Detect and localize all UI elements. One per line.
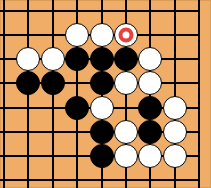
white-stone[interactable] [138,47,162,71]
black-stone[interactable] [90,47,114,71]
black-stone[interactable] [138,96,162,120]
white-stone[interactable] [138,144,162,168]
white-stone-circled[interactable] [114,23,138,47]
grid-line-vertical [3,0,5,188]
white-stone[interactable] [114,144,138,168]
go-board[interactable] [0,0,211,188]
grid-line-horizontal [0,10,200,12]
white-stone[interactable] [163,96,187,120]
white-stone[interactable] [65,23,89,47]
black-stone[interactable] [16,71,40,95]
white-stone[interactable] [114,71,138,95]
grid-line-vertical [198,0,200,188]
black-stone[interactable] [65,96,89,120]
white-stone[interactable] [138,71,162,95]
white-stone[interactable] [163,144,187,168]
black-stone[interactable] [90,120,114,144]
white-stone[interactable] [90,96,114,120]
black-stone[interactable] [90,144,114,168]
red-circle-marker [119,28,134,43]
white-stone[interactable] [114,120,138,144]
black-stone[interactable] [90,71,114,95]
white-stone[interactable] [41,47,65,71]
black-stone[interactable] [65,47,89,71]
black-stone[interactable] [41,71,65,95]
white-stone[interactable] [90,23,114,47]
black-stone[interactable] [138,120,162,144]
white-stone[interactable] [163,120,187,144]
grid-line-horizontal [0,179,200,181]
white-stone[interactable] [16,47,40,71]
black-stone[interactable] [114,47,138,71]
